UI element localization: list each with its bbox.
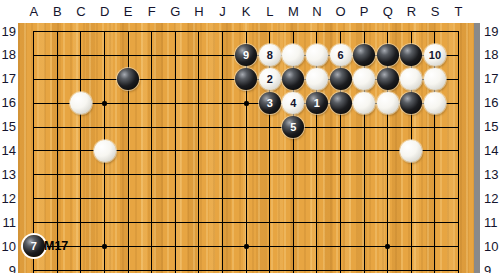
board-cell-G15[interactable] [164,115,188,139]
board-cell-O14[interactable] [329,139,353,163]
board-cell-G18[interactable] [164,43,188,67]
board-cell-H19[interactable] [187,23,211,43]
board-cell-R12[interactable] [400,187,424,211]
board-cell-S12[interactable] [423,187,447,211]
board-cell-C14[interactable] [69,139,93,163]
board-cell-P14[interactable] [352,139,376,163]
board-cell-A18[interactable] [22,43,46,67]
stone-white-M16[interactable]: 4 [282,92,304,114]
board-grid: 98610234157 [22,23,470,273]
board-cell-B14[interactable] [46,139,70,163]
column-label-L: L [258,0,282,23]
board-cell-T16[interactable] [447,91,471,115]
board-cell-S9[interactable] [423,258,447,273]
board-cell-H17[interactable] [187,67,211,91]
board-cell-S11[interactable] [423,211,447,235]
board-cell-K12[interactable] [234,187,258,211]
board-cell-N11[interactable] [305,211,329,235]
board-cell-L15[interactable] [258,115,282,139]
row-label-left-17: 17 [0,71,16,87]
board-cell-B18[interactable] [46,43,70,67]
board-cell-O18[interactable]: 6 [329,43,353,67]
board-cell-P13[interactable] [352,163,376,187]
board-cell-Q12[interactable] [376,187,400,211]
board-cell-D10[interactable] [93,235,117,259]
row-label-right-14: 14 [484,143,500,159]
row-label-right-9: 9 [484,263,500,273]
board-cell-G9[interactable] [164,258,188,273]
board-cell-F14[interactable] [140,139,164,163]
stone-black-R18[interactable] [400,44,422,66]
column-label-E: E [116,0,140,23]
stone-white-O18[interactable]: 6 [330,44,352,66]
row-label-left-19: 19 [0,24,16,40]
board-cell-B17[interactable] [46,67,70,91]
board-cell-A15[interactable] [22,115,46,139]
board-cell-M15[interactable]: 5 [282,115,306,139]
board-cell-F13[interactable] [140,163,164,187]
stone-black-R16[interactable] [400,92,422,114]
board-cell-F11[interactable] [140,211,164,235]
board-cell-R17[interactable] [400,67,424,91]
board-cell-P17[interactable] [352,67,376,91]
board-cell-Q15[interactable] [376,115,400,139]
board-cell-M19[interactable] [282,23,306,43]
board-cell-T11[interactable] [447,211,471,235]
stone-white-C16[interactable] [70,92,92,114]
stone-white-N18[interactable] [306,44,328,66]
row-label-right-13: 13 [484,167,500,183]
star-point-K16 [244,101,249,106]
row-label-right-18: 18 [484,47,500,63]
board-cell-H12[interactable] [187,187,211,211]
column-label-H: H [187,0,211,23]
board-cell-C18[interactable] [69,43,93,67]
board-cell-L9[interactable] [258,258,282,273]
stone-black-M17[interactable] [282,68,304,90]
column-label-P: P [352,0,376,23]
board-cell-J17[interactable] [211,67,235,91]
board-cell-B15[interactable] [46,115,70,139]
stone-black-E17[interactable] [117,68,139,90]
board-cell-P11[interactable] [352,211,376,235]
stone-white-Q16[interactable] [377,92,399,114]
board-cell-N10[interactable] [305,235,329,259]
board-cell-J18[interactable] [211,43,235,67]
board-cell-O17[interactable] [329,67,353,91]
board-cell-T10[interactable] [447,235,471,259]
board-cell-K16[interactable] [234,91,258,115]
stone-black-O16[interactable] [330,92,352,114]
stone-black-K18[interactable]: 9 [235,44,257,66]
row-label-left-12: 12 [0,191,16,207]
board-cell-E18[interactable] [116,43,140,67]
row-label-left-13: 13 [0,167,16,183]
board-cell-O13[interactable] [329,163,353,187]
board-cell-N19[interactable] [305,23,329,43]
board-cell-C17[interactable] [69,67,93,91]
board-cell-Q13[interactable] [376,163,400,187]
board-cell-F19[interactable] [140,23,164,43]
board-cell-L18[interactable]: 8 [258,43,282,67]
board-cell-E16[interactable] [116,91,140,115]
board-cell-G17[interactable] [164,67,188,91]
board-cell-M14[interactable] [282,139,306,163]
row-label-right-19: 19 [484,24,500,40]
column-label-C: C [69,0,93,23]
board-cell-L17[interactable]: 2 [258,67,282,91]
column-label-J: J [211,0,235,23]
board-cell-R11[interactable] [400,211,424,235]
column-label-O: O [329,0,353,23]
stone-white-R14[interactable] [400,140,422,162]
board-cell-D17[interactable] [93,67,117,91]
board-cell-O11[interactable] [329,211,353,235]
row-label-right-12: 12 [484,191,500,207]
board-cell-L10[interactable] [258,235,282,259]
stone-white-L17[interactable]: 2 [259,68,281,90]
board-cell-Q11[interactable] [376,211,400,235]
board-cell-H15[interactable] [187,115,211,139]
board-cell-L13[interactable] [258,163,282,187]
board-cell-J19[interactable] [211,23,235,43]
board-cell-T9[interactable] [447,258,471,273]
column-label-F: F [140,0,164,23]
column-label-B: B [46,0,70,23]
board-cell-S10[interactable] [423,235,447,259]
board-cell-L19[interactable] [258,23,282,43]
board-cell-H14[interactable] [187,139,211,163]
board-cell-E17[interactable] [116,67,140,91]
board-cell-A19[interactable] [22,23,46,43]
board-cell-H9[interactable] [187,258,211,273]
board-cell-B12[interactable] [46,187,70,211]
board-cell-Q17[interactable] [376,67,400,91]
stone-black-Q17[interactable] [377,68,399,90]
row-label-left-14: 14 [0,143,16,159]
board-cell-K11[interactable] [234,211,258,235]
stone-black-Q18[interactable] [377,44,399,66]
column-label-D: D [93,0,117,23]
board-cell-K18[interactable]: 9 [234,43,258,67]
board-cell-A10[interactable]: 7 [22,235,46,259]
board-cell-Q9[interactable] [376,258,400,273]
board-cell-S17[interactable] [423,67,447,91]
board-cell-O19[interactable] [329,23,353,43]
board-cell-R15[interactable] [400,115,424,139]
board-cell-A13[interactable] [22,163,46,187]
board-cell-Q18[interactable] [376,43,400,67]
column-label-N: N [305,0,329,23]
board-cell-B13[interactable] [46,163,70,187]
board-cell-A17[interactable] [22,67,46,91]
board-cell-J14[interactable] [211,139,235,163]
margin-annotation-text: M17 [44,239,68,253]
board-cell-S14[interactable] [423,139,447,163]
board-cell-C16[interactable] [69,91,93,115]
board-cell-H18[interactable] [187,43,211,67]
board-cell-B11[interactable] [46,211,70,235]
board-cell-M11[interactable] [282,211,306,235]
board-cell-K13[interactable] [234,163,258,187]
board-cell-A16[interactable] [22,91,46,115]
stone-black-M15[interactable]: 5 [282,116,304,138]
stone-black-K17[interactable] [235,68,257,90]
go-diagram: ABCDEFGHJKLMNOPQRST 19181716151413121110… [0,0,500,273]
board-cell-J16[interactable] [211,91,235,115]
board-cell-S19[interactable] [423,23,447,43]
board-cell-J10[interactable] [211,235,235,259]
board-cell-G11[interactable] [164,211,188,235]
board-cell-N12[interactable] [305,187,329,211]
board-cell-O9[interactable] [329,258,353,273]
board-cell-K17[interactable] [234,67,258,91]
board-cell-R13[interactable] [400,163,424,187]
board-cell-K19[interactable] [234,23,258,43]
stone-white-N17[interactable] [306,68,328,90]
stone-white-S17[interactable] [424,68,446,90]
board-cell-N17[interactable] [305,67,329,91]
board-cell-J15[interactable] [211,115,235,139]
column-label-G: G [164,0,188,23]
board-cell-S13[interactable] [423,163,447,187]
board-cell-M10[interactable] [282,235,306,259]
board-cell-N14[interactable] [305,139,329,163]
board-cell-R9[interactable] [400,258,424,273]
board-cell-E13[interactable] [116,163,140,187]
column-label-A: A [22,0,46,23]
row-label-right-10: 10 [484,239,500,255]
board-cell-T17[interactable] [447,67,471,91]
column-label-K: K [234,0,258,23]
board-cell-F17[interactable] [140,67,164,91]
column-label-M: M [282,0,306,23]
board-cell-B16[interactable] [46,91,70,115]
board-cell-O15[interactable] [329,115,353,139]
board-cell-T14[interactable] [447,139,471,163]
stone-black-L16[interactable]: 3 [259,92,281,114]
board-cell-M12[interactable] [282,187,306,211]
board-cell-C12[interactable] [69,187,93,211]
board-cell-R18[interactable] [400,43,424,67]
board-cell-C15[interactable] [69,115,93,139]
board-cell-Q10[interactable] [376,235,400,259]
board-cell-N15[interactable] [305,115,329,139]
row-label-right-17: 17 [484,71,500,87]
board-shadow [474,23,480,273]
board-cell-P10[interactable] [352,235,376,259]
stone-white-S16[interactable] [424,92,446,114]
board-cell-P18[interactable] [352,43,376,67]
stone-white-P17[interactable] [353,68,375,90]
row-label-left-15: 15 [0,119,16,135]
stone-white-D14[interactable] [94,140,116,162]
board-cell-G19[interactable] [164,23,188,43]
board-cell-C11[interactable] [69,211,93,235]
stone-white-P16[interactable] [353,92,375,114]
board-cell-R10[interactable] [400,235,424,259]
column-label-Q: Q [376,0,400,23]
margin-annotation-stone-A10[interactable]: 7 [23,235,45,257]
board-cell-H11[interactable] [187,211,211,235]
board-cell-L12[interactable] [258,187,282,211]
board-cell-E19[interactable] [116,23,140,43]
board-cell-J9[interactable] [211,258,235,273]
row-label-right-15: 15 [484,119,500,135]
board-cell-S15[interactable] [423,115,447,139]
board-cell-G16[interactable] [164,91,188,115]
board-cell-P12[interactable] [352,187,376,211]
board-cell-G13[interactable] [164,163,188,187]
board-cell-R16[interactable] [400,91,424,115]
board-cell-C13[interactable] [69,163,93,187]
board-cell-J11[interactable] [211,211,235,235]
board-cell-Q16[interactable] [376,91,400,115]
board-cell-J13[interactable] [211,163,235,187]
column-label-T: T [447,0,471,23]
row-label-left-16: 16 [0,95,16,111]
board-cell-F10[interactable] [140,235,164,259]
board-cell-E9[interactable] [116,258,140,273]
board-cell-A14[interactable] [22,139,46,163]
board-cell-Q14[interactable] [376,139,400,163]
star-point-Q10 [385,244,390,249]
board-cell-S18[interactable]: 10 [423,43,447,67]
board-cell-K14[interactable] [234,139,258,163]
stone-black-N16[interactable]: 1 [306,92,328,114]
board-cell-G10[interactable] [164,235,188,259]
board-cell-M18[interactable] [282,43,306,67]
board-cell-N16[interactable]: 1 [305,91,329,115]
board-cell-F16[interactable] [140,91,164,115]
board-cell-T12[interactable] [447,187,471,211]
board-cell-H16[interactable] [187,91,211,115]
row-label-right-16: 16 [484,95,500,111]
board-cell-N13[interactable] [305,163,329,187]
board-cell-K15[interactable] [234,115,258,139]
board-cell-L11[interactable] [258,211,282,235]
stone-black-P18[interactable] [353,44,375,66]
board-cell-T13[interactable] [447,163,471,187]
board-cell-A9[interactable] [22,258,46,273]
board-cell-P15[interactable] [352,115,376,139]
board-cell-N9[interactable] [305,258,329,273]
board-cell-J12[interactable] [211,187,235,211]
board-cell-M13[interactable] [282,163,306,187]
board-cell-F18[interactable] [140,43,164,67]
board-cell-H10[interactable] [187,235,211,259]
board-cell-O12[interactable] [329,187,353,211]
board-cell-D15[interactable] [93,115,117,139]
board-cell-D11[interactable] [93,211,117,235]
row-label-left-9: 9 [0,263,16,273]
board-cell-L16[interactable]: 3 [258,91,282,115]
board-cell-D13[interactable] [93,163,117,187]
board-cell-K9[interactable] [234,258,258,273]
row-label-left-10: 10 [0,239,16,255]
board-cell-O16[interactable] [329,91,353,115]
board-cell-D19[interactable] [93,23,117,43]
board-cell-E12[interactable] [116,187,140,211]
board-cell-D14[interactable] [93,139,117,163]
board-cell-P19[interactable] [352,23,376,43]
stone-white-S18[interactable]: 10 [424,44,446,66]
board-cell-D18[interactable] [93,43,117,67]
board-cell-E11[interactable] [116,211,140,235]
column-label-R: R [400,0,424,23]
stone-white-L18[interactable]: 8 [259,44,281,66]
board-cell-G12[interactable] [164,187,188,211]
stone-white-R17[interactable] [400,68,422,90]
board-cell-M16[interactable]: 4 [282,91,306,115]
board-cell-S16[interactable] [423,91,447,115]
board-cell-H13[interactable] [187,163,211,187]
board-cell-D16[interactable] [93,91,117,115]
board-cell-D12[interactable] [93,187,117,211]
board-cell-E15[interactable] [116,115,140,139]
board-cell-C10[interactable] [69,235,93,259]
board-cell-T18[interactable] [447,43,471,67]
stone-white-M18[interactable] [282,44,304,66]
column-label-S: S [423,0,447,23]
board-cell-K10[interactable] [234,235,258,259]
star-point-D10 [102,244,107,249]
stone-black-O17[interactable] [330,68,352,90]
board-cell-L14[interactable] [258,139,282,163]
board-cell-G14[interactable] [164,139,188,163]
board-cell-F12[interactable] [140,187,164,211]
board-cell-M17[interactable] [282,67,306,91]
board-cell-D9[interactable] [93,258,117,273]
board-cell-E14[interactable] [116,139,140,163]
board-cell-F9[interactable] [140,258,164,273]
board-cell-B9[interactable] [46,258,70,273]
board-cell-T15[interactable] [447,115,471,139]
board-cell-A12[interactable] [22,187,46,211]
star-point-D16 [102,101,107,106]
board-cell-P9[interactable] [352,258,376,273]
board-cell-C19[interactable] [69,23,93,43]
board-cell-B19[interactable] [46,23,70,43]
board-cell-F15[interactable] [140,115,164,139]
board-cell-O10[interactable] [329,235,353,259]
board-cell-N18[interactable] [305,43,329,67]
board-cell-E10[interactable] [116,235,140,259]
row-label-left-11: 11 [0,215,16,231]
board-cell-R14[interactable] [400,139,424,163]
row-label-right-11: 11 [484,215,500,231]
go-board[interactable]: 98610234157 M17 [18,23,474,273]
star-point-K10 [244,244,249,249]
board-cell-T19[interactable] [447,23,471,43]
board-cell-Q19[interactable] [376,23,400,43]
board-cell-M9[interactable] [282,258,306,273]
board-cell-P16[interactable] [352,91,376,115]
board-cell-C9[interactable] [69,258,93,273]
board-cell-R19[interactable] [400,23,424,43]
row-label-left-18: 18 [0,47,16,63]
board-cell-A11[interactable] [22,211,46,235]
